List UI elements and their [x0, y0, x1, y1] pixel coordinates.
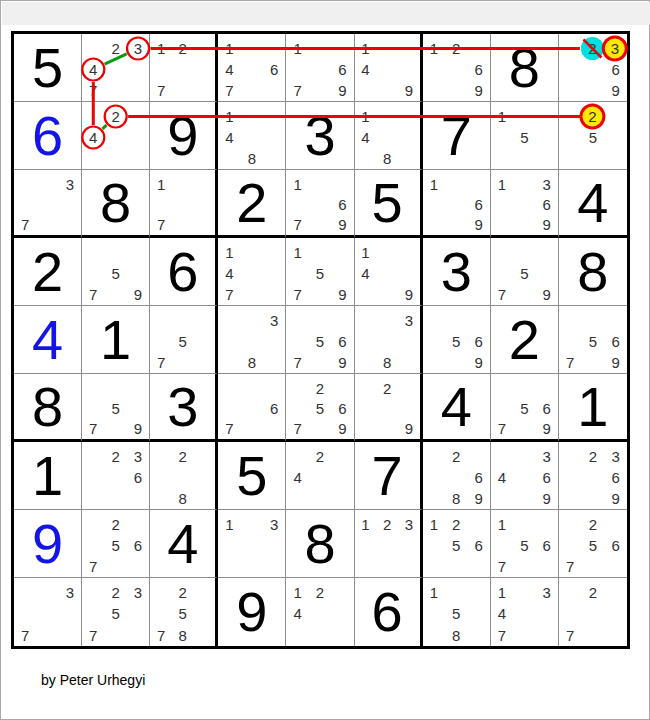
- pencil-mark-5: 5: [172, 603, 194, 624]
- pencil-marks: 37: [14, 578, 81, 646]
- pencil-marks: 13: [218, 510, 285, 577]
- author-caption: by Peter Urhegyi: [41, 672, 145, 688]
- pencil-mark-6: 6: [331, 194, 353, 214]
- cell-r5c1[interactable]: 4: [14, 306, 82, 374]
- pencil-mark-4: 4: [82, 59, 104, 80]
- pencil-marks: 1579: [286, 238, 353, 305]
- pencil-mark-3: 3: [536, 174, 558, 194]
- pencil-marks: 1467: [218, 34, 285, 101]
- pencil-mark-1: 1: [355, 514, 377, 535]
- cell-r3c9[interactable]: 4: [559, 170, 627, 238]
- cell-r6c7[interactable]: 4: [423, 374, 491, 442]
- pencil-marks: 236: [82, 442, 149, 509]
- pencil-marks: 148: [355, 102, 420, 169]
- pencil-marks: 127: [150, 34, 215, 101]
- pencil-marks: 123: [355, 510, 420, 577]
- pencil-marks: 579: [82, 238, 149, 305]
- pencil-marks: 2369: [559, 34, 627, 101]
- pencil-marks: 2357: [82, 578, 149, 646]
- pencil-mark-4: 4: [491, 467, 513, 488]
- pencil-mark-5: 5: [513, 398, 535, 418]
- pencil-mark-9: 9: [604, 488, 627, 509]
- given-digit: 1: [559, 374, 627, 439]
- pencil-mark-3: 3: [263, 514, 285, 535]
- cell-r1c3[interactable]: 127: [150, 34, 218, 102]
- pencil-mark-1: 1: [491, 514, 513, 535]
- cell-r8c1[interactable]: 9: [14, 510, 82, 578]
- pencil-mark-2: 2: [376, 378, 398, 398]
- given-digit: 4: [559, 170, 627, 235]
- given-digit: 9: [150, 102, 215, 169]
- pencil-mark-7: 7: [286, 284, 308, 305]
- pencil-mark-9: 9: [536, 284, 558, 305]
- given-digit: 8: [491, 34, 558, 101]
- cell-r3c4[interactable]: 2: [218, 170, 286, 238]
- pencil-mark-3: 3: [127, 446, 149, 467]
- pencil-mark-5: 5: [104, 398, 126, 418]
- pencil-mark-9: 9: [467, 352, 489, 373]
- pencil-mark-2: 2: [582, 446, 605, 467]
- cell-r3c1[interactable]: 37: [14, 170, 82, 238]
- pencil-mark-1: 1: [150, 38, 172, 59]
- pencil-mark-7: 7: [286, 419, 308, 439]
- cell-r1c9[interactable]: 2369: [559, 34, 627, 102]
- pencil-mark-2: 2: [172, 582, 194, 603]
- cell-r9c3[interactable]: 2578: [150, 578, 218, 646]
- pencil-mark-8: 8: [241, 148, 263, 169]
- cell-r7c2[interactable]: 236: [82, 442, 150, 510]
- pencil-mark-2: 2: [445, 38, 467, 59]
- cell-r7c8[interactable]: 3469: [491, 442, 559, 510]
- pencil-mark-8: 8: [241, 352, 263, 373]
- pencil-mark-6: 6: [467, 194, 489, 214]
- pencil-marks: 1256: [423, 510, 490, 577]
- given-digit: 6: [355, 578, 420, 646]
- cell-r9c7[interactable]: 158: [423, 578, 491, 646]
- cell-r9c6[interactable]: 6: [355, 578, 423, 646]
- pencil-mark-2: 2: [172, 38, 194, 59]
- pencil-marks: 24: [82, 102, 149, 169]
- cell-r8c7[interactable]: 1256: [423, 510, 491, 578]
- pencil-mark-7: 7: [150, 625, 172, 646]
- pencil-mark-9: 9: [536, 419, 558, 439]
- pencil-mark-2: 2: [582, 514, 605, 535]
- cell-r6c4[interactable]: 67: [218, 374, 286, 442]
- pencil-marks: 25: [559, 102, 627, 169]
- cell-r2c2[interactable]: 24: [82, 102, 150, 170]
- pencil-marks: 15: [491, 102, 558, 169]
- given-digit: 3: [286, 102, 353, 169]
- cell-r8c6[interactable]: 123: [355, 510, 423, 578]
- pencil-mark-9: 9: [331, 284, 353, 305]
- pencil-mark-3: 3: [536, 582, 558, 603]
- pencil-mark-9: 9: [536, 215, 558, 235]
- pencil-marks: 38: [218, 306, 285, 373]
- pencil-mark-9: 9: [331, 215, 353, 235]
- given-digit: 5: [355, 170, 420, 235]
- cell-r4c9[interactable]: 8: [559, 238, 627, 306]
- pencil-mark-3: 3: [59, 582, 81, 603]
- cell-r7c7[interactable]: 2689: [423, 442, 491, 510]
- pencil-mark-4: 4: [286, 603, 308, 624]
- pencil-mark-9: 9: [604, 352, 627, 373]
- given-digit: 8: [286, 510, 353, 577]
- pencil-mark-4: 4: [286, 467, 308, 488]
- pencil-mark-4: 4: [491, 603, 513, 624]
- pencil-mark-7: 7: [218, 284, 240, 305]
- pencil-mark-8: 8: [445, 488, 467, 509]
- pencil-mark-6: 6: [604, 331, 627, 352]
- cell-r9c1[interactable]: 37: [14, 578, 82, 646]
- pencil-marks: 569: [423, 306, 490, 373]
- cell-r9c2[interactable]: 2357: [82, 578, 150, 646]
- cell-r4c3[interactable]: 6: [150, 238, 218, 306]
- pencil-mark-7: 7: [150, 80, 172, 101]
- pencil-mark-6: 6: [467, 331, 489, 352]
- pencil-marks: 37: [14, 170, 81, 235]
- cell-r1c7[interactable]: 1269: [423, 34, 491, 102]
- pencil-mark-1: 1: [286, 582, 308, 603]
- pencil-mark-3: 3: [604, 446, 627, 467]
- cell-r2c9[interactable]: 25: [559, 102, 627, 170]
- pencil-mark-4: 4: [355, 263, 377, 284]
- pencil-mark-2: 2: [104, 106, 126, 127]
- given-digit: 2: [14, 238, 81, 305]
- pencil-mark-8: 8: [445, 625, 467, 646]
- pencil-mark-1: 1: [423, 514, 445, 535]
- given-digit: 9: [218, 578, 285, 646]
- pencil-mark-2: 2: [309, 582, 331, 603]
- pencil-mark-8: 8: [376, 148, 398, 169]
- pencil-mark-2: 2: [172, 446, 194, 467]
- pencil-marks: 579: [82, 374, 149, 439]
- cell-r2c4[interactable]: 148: [218, 102, 286, 170]
- pencil-mark-3: 3: [59, 174, 81, 194]
- pencil-mark-5: 5: [104, 535, 126, 556]
- pencil-mark-4: 4: [218, 263, 240, 284]
- pencil-marks: 1347: [491, 578, 558, 646]
- pencil-mark-4: 4: [82, 127, 104, 148]
- pencil-marks: 27: [559, 578, 627, 646]
- sudoku-board: 5234712714671679149126982369624914831487…: [11, 31, 630, 649]
- cell-r5c5[interactable]: 5679: [286, 306, 354, 374]
- pencil-mark-3: 3: [127, 582, 149, 603]
- given-digit: 4: [150, 510, 215, 577]
- pencil-mark-2: 2: [104, 38, 126, 59]
- cell-r1c8[interactable]: 8: [491, 34, 559, 102]
- cell-r4c6[interactable]: 149: [355, 238, 423, 306]
- pencil-mark-9: 9: [536, 488, 558, 509]
- pencil-mark-1: 1: [423, 582, 445, 603]
- cell-r2c7[interactable]: 7: [423, 102, 491, 170]
- cell-r5c4[interactable]: 38: [218, 306, 286, 374]
- pencil-mark-1: 1: [218, 242, 240, 263]
- cell-r6c5[interactable]: 25679: [286, 374, 354, 442]
- pencil-mark-5: 5: [309, 263, 331, 284]
- pencil-mark-1: 1: [491, 174, 513, 194]
- pencil-mark-3: 3: [536, 446, 558, 467]
- pencil-mark-3: 3: [604, 38, 627, 59]
- cell-r4c2[interactable]: 579: [82, 238, 150, 306]
- pencil-marks: 1679: [286, 34, 353, 101]
- pencil-mark-7: 7: [82, 284, 104, 305]
- cell-r7c1[interactable]: 1: [14, 442, 82, 510]
- pencil-marks: 2578: [150, 578, 215, 646]
- pencil-mark-2: 2: [376, 514, 398, 535]
- pencil-mark-1: 1: [491, 106, 513, 127]
- cell-r9c5[interactable]: 124: [286, 578, 354, 646]
- cell-r9c4[interactable]: 9: [218, 578, 286, 646]
- pencil-mark-7: 7: [286, 352, 308, 373]
- pencil-mark-7: 7: [491, 419, 513, 439]
- pencil-mark-2: 2: [104, 446, 126, 467]
- pencil-mark-4: 4: [355, 59, 377, 80]
- pencil-marks: 17: [150, 170, 215, 235]
- pencil-mark-6: 6: [536, 398, 558, 418]
- pencil-mark-6: 6: [331, 398, 353, 418]
- pencil-mark-6: 6: [127, 467, 149, 488]
- pencil-marks: 1567: [491, 510, 558, 577]
- cell-r1c5[interactable]: 1679: [286, 34, 354, 102]
- pencil-mark-4: 4: [355, 127, 377, 148]
- cell-r6c8[interactable]: 5679: [491, 374, 559, 442]
- pencil-mark-6: 6: [604, 59, 627, 80]
- pencil-mark-1: 1: [423, 174, 445, 194]
- pencil-mark-9: 9: [467, 80, 489, 101]
- pencil-mark-5: 5: [513, 535, 535, 556]
- header-band: [2, 2, 650, 25]
- pencil-marks: 1369: [491, 170, 558, 235]
- cell-r4c8[interactable]: 579: [491, 238, 559, 306]
- given-digit: 1: [82, 306, 149, 373]
- pencil-mark-5: 5: [309, 398, 331, 418]
- pencil-mark-7: 7: [82, 625, 104, 646]
- pencil-mark-2: 2: [445, 446, 467, 467]
- pencil-mark-9: 9: [467, 488, 489, 509]
- pencil-mark-5: 5: [104, 263, 126, 284]
- pencil-mark-2: 2: [104, 514, 126, 535]
- pencil-mark-1: 1: [218, 106, 240, 127]
- pencil-mark-6: 6: [263, 59, 285, 80]
- pencil-marks: 149: [355, 238, 420, 305]
- given-digit: 4: [423, 374, 490, 439]
- given-digit: 3: [150, 374, 215, 439]
- cell-r5c7[interactable]: 569: [423, 306, 491, 374]
- pencil-mark-5: 5: [309, 331, 331, 352]
- pencil-mark-1: 1: [355, 106, 377, 127]
- pencil-mark-1: 1: [150, 174, 172, 194]
- pencil-marks: 57: [150, 306, 215, 373]
- pencil-mark-5: 5: [172, 331, 194, 352]
- pencil-mark-7: 7: [286, 215, 308, 235]
- pencil-marks: 29: [355, 374, 420, 439]
- solved-digit: 6: [14, 102, 81, 169]
- pencil-mark-9: 9: [127, 419, 149, 439]
- pencil-marks: 3469: [491, 442, 558, 509]
- cell-r2c3[interactable]: 9: [150, 102, 218, 170]
- pencil-mark-2: 2: [582, 38, 605, 59]
- pencil-marks: 148: [218, 102, 285, 169]
- cell-r5c6[interactable]: 38: [355, 306, 423, 374]
- cell-r4c4[interactable]: 147: [218, 238, 286, 306]
- given-digit: 2: [491, 306, 558, 373]
- pencil-mark-7: 7: [559, 352, 582, 373]
- pencil-mark-3: 3: [127, 38, 149, 59]
- pencil-mark-7: 7: [491, 556, 513, 577]
- cell-r1c6[interactable]: 149: [355, 34, 423, 102]
- pencil-mark-6: 6: [467, 467, 489, 488]
- solved-digit: 4: [14, 306, 81, 373]
- pencil-mark-9: 9: [604, 80, 627, 101]
- pencil-marks: 25679: [286, 374, 353, 439]
- cell-r8c5[interactable]: 8: [286, 510, 354, 578]
- pencil-mark-7: 7: [150, 215, 172, 235]
- cell-r8c2[interactable]: 2567: [82, 510, 150, 578]
- pencil-mark-7: 7: [286, 80, 308, 101]
- pencil-mark-7: 7: [491, 284, 513, 305]
- pencil-mark-2: 2: [582, 106, 605, 127]
- pencil-mark-9: 9: [127, 284, 149, 305]
- pencil-mark-5: 5: [582, 331, 605, 352]
- given-digit: 5: [218, 442, 285, 509]
- pencil-marks: 1269: [423, 34, 490, 101]
- cell-r9c9[interactable]: 27: [559, 578, 627, 646]
- given-digit: 8: [559, 238, 627, 305]
- pencil-mark-2: 2: [309, 378, 331, 398]
- pencil-mark-2: 2: [104, 582, 126, 603]
- pencil-mark-6: 6: [467, 59, 489, 80]
- pencil-mark-2: 2: [309, 446, 331, 467]
- pencil-mark-6: 6: [536, 194, 558, 214]
- pencil-mark-5: 5: [582, 127, 605, 148]
- pencil-mark-1: 1: [218, 38, 240, 59]
- cell-r6c9[interactable]: 1: [559, 374, 627, 442]
- pencil-marks: 149: [355, 34, 420, 101]
- cell-r4c5[interactable]: 1579: [286, 238, 354, 306]
- given-digit: 6: [150, 238, 215, 305]
- solved-digit: 9: [14, 510, 81, 577]
- pencil-mark-6: 6: [604, 535, 627, 556]
- pencil-mark-1: 1: [423, 38, 445, 59]
- cell-r6c3[interactable]: 3: [150, 374, 218, 442]
- given-digit: 3: [423, 238, 490, 305]
- cell-r3c3[interactable]: 17: [150, 170, 218, 238]
- pencil-mark-9: 9: [398, 419, 420, 439]
- cell-r9c8[interactable]: 1347: [491, 578, 559, 646]
- cell-r5c2[interactable]: 1: [82, 306, 150, 374]
- pencil-marks: 158: [423, 578, 490, 646]
- pencil-mark-7: 7: [491, 625, 513, 646]
- pencil-mark-2: 2: [582, 582, 605, 603]
- pencil-marks: 147: [218, 238, 285, 305]
- pencil-mark-1: 1: [355, 242, 377, 263]
- cell-r3c6[interactable]: 5: [355, 170, 423, 238]
- cell-r3c5[interactable]: 1679: [286, 170, 354, 238]
- cell-r3c8[interactable]: 1369: [491, 170, 559, 238]
- pencil-mark-7: 7: [218, 419, 240, 439]
- pencil-mark-7: 7: [82, 80, 104, 101]
- cell-r5c8[interactable]: 2: [491, 306, 559, 374]
- pencil-mark-1: 1: [286, 242, 308, 263]
- cell-r5c9[interactable]: 5679: [559, 306, 627, 374]
- pencil-mark-6: 6: [604, 467, 627, 488]
- cell-r7c5[interactable]: 24: [286, 442, 354, 510]
- pencil-mark-7: 7: [150, 352, 172, 373]
- cell-r8c3[interactable]: 4: [150, 510, 218, 578]
- pencil-mark-5: 5: [582, 535, 605, 556]
- cell-r7c4[interactable]: 5: [218, 442, 286, 510]
- pencil-mark-8: 8: [376, 352, 398, 373]
- pencil-mark-1: 1: [286, 174, 308, 194]
- pencil-mark-6: 6: [536, 535, 558, 556]
- cell-r6c6[interactable]: 29: [355, 374, 423, 442]
- pencil-mark-1: 1: [491, 582, 513, 603]
- cell-r1c1[interactable]: 5: [14, 34, 82, 102]
- cell-r7c6[interactable]: 7: [355, 442, 423, 510]
- given-digit: 8: [14, 374, 81, 439]
- pencil-mark-6: 6: [467, 535, 489, 556]
- pencil-mark-7: 7: [82, 419, 104, 439]
- cell-r5c3[interactable]: 57: [150, 306, 218, 374]
- cell-r2c8[interactable]: 15: [491, 102, 559, 170]
- pencil-mark-9: 9: [331, 419, 353, 439]
- pencil-mark-3: 3: [398, 310, 420, 331]
- pencil-mark-7: 7: [14, 625, 36, 646]
- pencil-mark-9: 9: [331, 352, 353, 373]
- cell-r1c2[interactable]: 2347: [82, 34, 150, 102]
- pencil-marks: 38: [355, 306, 420, 373]
- cell-r8c4[interactable]: 13: [218, 510, 286, 578]
- given-digit: 1: [14, 442, 81, 509]
- pencil-mark-9: 9: [467, 215, 489, 235]
- cell-r4c1[interactable]: 2: [14, 238, 82, 306]
- cell-r8c9[interactable]: 2567: [559, 510, 627, 578]
- pencil-mark-5: 5: [104, 603, 126, 624]
- pencil-mark-4: 4: [218, 127, 240, 148]
- pencil-marks: 579: [491, 238, 558, 305]
- cell-r1c4[interactable]: 1467: [218, 34, 286, 102]
- pencil-marks: 2369: [559, 442, 627, 509]
- given-digit: 7: [355, 442, 420, 509]
- pencil-mark-1: 1: [286, 38, 308, 59]
- cell-r8c8[interactable]: 1567: [491, 510, 559, 578]
- pencil-mark-9: 9: [398, 284, 420, 305]
- cell-r3c7[interactable]: 169: [423, 170, 491, 238]
- pencil-mark-3: 3: [398, 514, 420, 535]
- pencil-mark-9: 9: [331, 80, 353, 101]
- cell-r2c6[interactable]: 148: [355, 102, 423, 170]
- cell-r6c1[interactable]: 8: [14, 374, 82, 442]
- pencil-mark-7: 7: [218, 80, 240, 101]
- pencil-mark-7: 7: [82, 556, 104, 577]
- cell-r2c5[interactable]: 3: [286, 102, 354, 170]
- cell-r2c1[interactable]: 6: [14, 102, 82, 170]
- cell-r7c3[interactable]: 28: [150, 442, 218, 510]
- cell-r7c9[interactable]: 2369: [559, 442, 627, 510]
- cell-r4c7[interactable]: 3: [423, 238, 491, 306]
- pencil-mark-6: 6: [263, 398, 285, 418]
- cell-r3c2[interactable]: 8: [82, 170, 150, 238]
- pencil-mark-5: 5: [445, 603, 467, 624]
- pencil-marks: 5679: [559, 306, 627, 373]
- pencil-mark-9: 9: [398, 80, 420, 101]
- pencil-marks: 67: [218, 374, 285, 439]
- cell-r6c2[interactable]: 579: [82, 374, 150, 442]
- pencil-mark-5: 5: [445, 535, 467, 556]
- pencil-mark-8: 8: [172, 625, 194, 646]
- pencil-marks: 28: [150, 442, 215, 509]
- pencil-marks: 24: [286, 442, 353, 509]
